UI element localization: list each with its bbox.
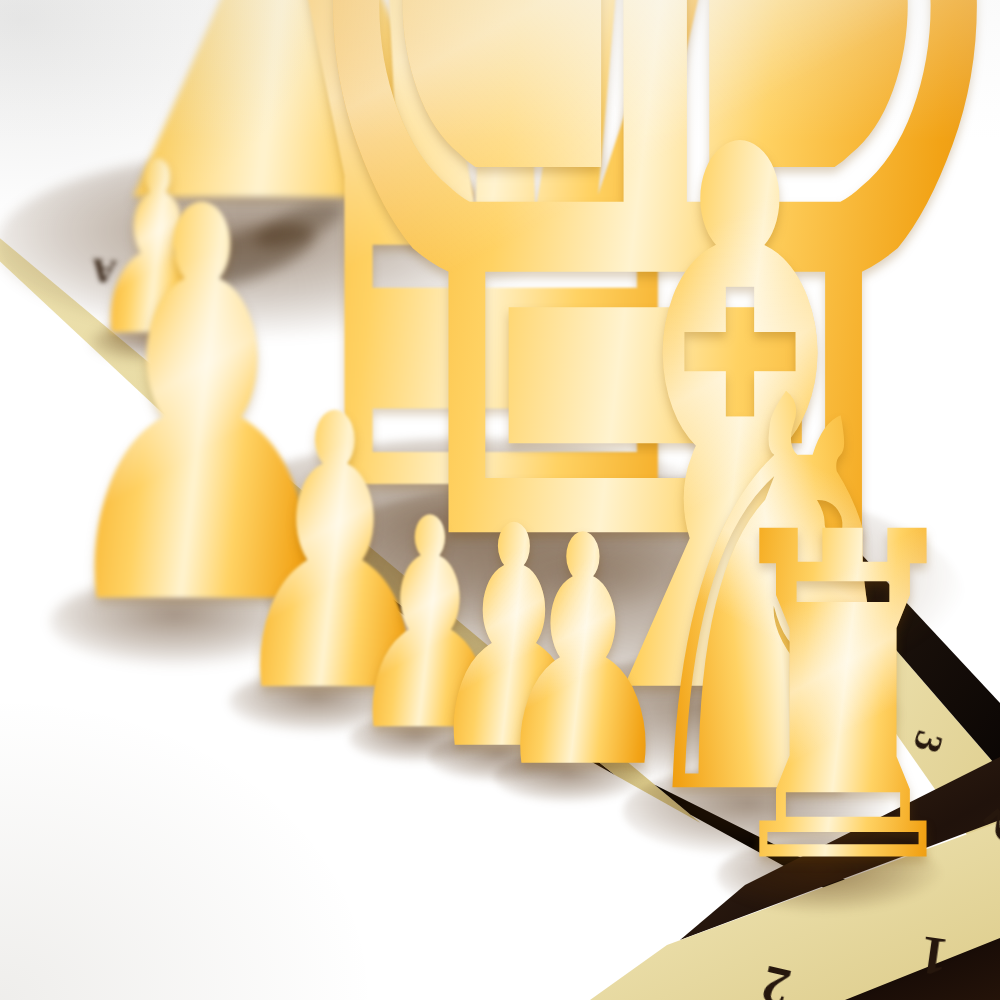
chessboard <box>0 0 1000 1000</box>
board-border-far <box>0 43 701 823</box>
amber-chess-photo: 3212А ♜♞♝♟♛♚♟♟♝♟♟♟♞♜ <box>0 0 1000 1000</box>
